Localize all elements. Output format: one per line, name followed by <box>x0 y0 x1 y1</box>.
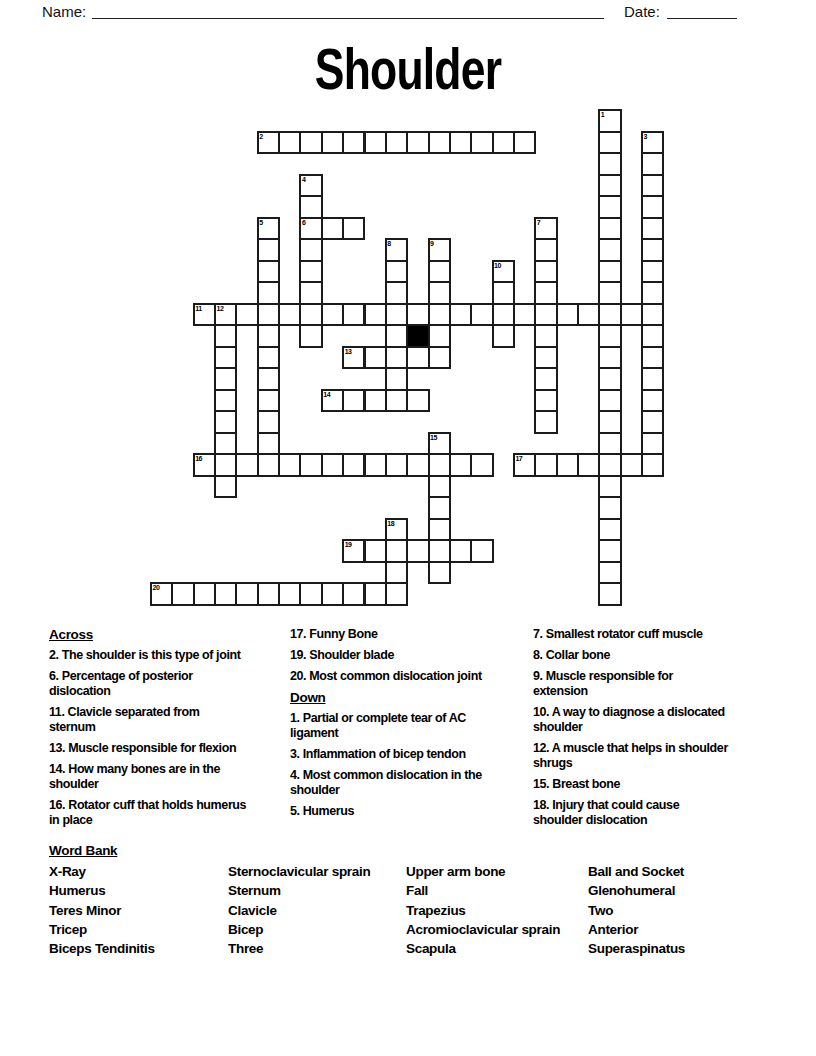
word-bank-item: Upper arm bone <box>406 862 588 881</box>
worksheet-page: Name: Date: Shoulder 1234567891011121314… <box>0 0 816 1056</box>
clue-line: 14. How many bones are in the <box>49 762 299 777</box>
grid-cell[interactable] <box>171 582 194 606</box>
grid-cell[interactable] <box>214 582 237 606</box>
clue-7: 7. Smallest rotator cuff muscle <box>533 627 783 642</box>
grid-cell[interactable] <box>257 389 280 413</box>
grid-cell[interactable] <box>406 346 429 370</box>
cell-number: 15 <box>430 434 437 442</box>
grid-cell[interactable] <box>598 496 621 520</box>
word-bank-columns: X-RayHumerusTeres MinorTricepBiceps Tend… <box>49 862 685 958</box>
grid-cell[interactable] <box>534 410 557 434</box>
grid-cell[interactable] <box>385 389 408 413</box>
grid-cell[interactable] <box>257 346 280 370</box>
grid-cell[interactable] <box>364 346 387 370</box>
word-bank-item: Anterior <box>588 920 685 939</box>
word-bank-item: Humerus <box>49 881 228 900</box>
grid-cell[interactable] <box>449 303 472 327</box>
clue-12: 12. A muscle that helps in shouldershrug… <box>533 741 783 771</box>
grid-cell[interactable] <box>257 303 280 327</box>
grid-cell[interactable] <box>534 281 557 305</box>
grid-cell[interactable] <box>235 453 258 477</box>
grid-cell[interactable] <box>470 539 493 563</box>
clue-19: 19. Shoulder blade <box>290 648 540 663</box>
grid-cell[interactable] <box>428 539 451 563</box>
grid-cell[interactable] <box>598 539 621 563</box>
grid-cell[interactable] <box>428 496 451 520</box>
grid-cell[interactable] <box>428 561 451 585</box>
grid-cell[interactable] <box>257 260 280 284</box>
clue-line: 1. Partial or complete tear of AC <box>290 711 540 726</box>
cell-number: 17 <box>515 455 522 463</box>
grid-cell[interactable] <box>534 389 557 413</box>
black-cell <box>406 324 429 348</box>
clue-section-header: Down <box>290 690 540 705</box>
grid-cell[interactable] <box>598 389 621 413</box>
word-bank-header: Word Bank <box>49 843 685 858</box>
grid-cell[interactable] <box>428 281 451 305</box>
grid-cell[interactable] <box>342 453 365 477</box>
grid-cell[interactable] <box>449 453 472 477</box>
grid-cell[interactable] <box>598 303 621 327</box>
clue-line: 18. Injury that could cause <box>533 798 783 813</box>
grid-cell[interactable] <box>598 518 621 542</box>
grid-cell[interactable] <box>385 582 408 606</box>
grid-cell[interactable] <box>257 453 280 477</box>
clue-11: 11. Clavicle separated fromsternum <box>49 705 299 735</box>
grid-cell[interactable] <box>641 389 664 413</box>
clue-line: 5. Humerus <box>290 804 540 819</box>
grid-cell[interactable] <box>364 453 387 477</box>
grid-cell[interactable] <box>257 281 280 305</box>
word-bank-item: Bicep <box>228 920 406 939</box>
grid-cell[interactable] <box>641 453 664 477</box>
clue-10: 10. A way to diagnose a dislocatedshould… <box>533 705 783 735</box>
cell-number: 20 <box>153 584 160 592</box>
grid-cell[interactable] <box>299 131 322 155</box>
clue-column-2: 17. Funny Bone19. Shoulder blade20. Most… <box>290 627 540 825</box>
grid-cell[interactable] <box>299 453 322 477</box>
grid-cell[interactable] <box>364 539 387 563</box>
grid-cell[interactable] <box>321 131 344 155</box>
grid-cell[interactable] <box>385 281 408 305</box>
word-bank-item: X-Ray <box>49 862 228 881</box>
grid-cell[interactable] <box>534 367 557 391</box>
clue-line: 17. Funny Bone <box>290 627 540 642</box>
clue-section-header: Across <box>49 627 299 642</box>
grid-cell[interactable] <box>321 453 344 477</box>
grid-cell[interactable] <box>214 410 237 434</box>
word-bank-item: Tricep <box>49 920 228 939</box>
clue-line: 7. Smallest rotator cuff muscle <box>533 627 783 642</box>
word-bank-item: Superaspinatus <box>588 939 685 958</box>
grid-cell[interactable] <box>534 303 557 327</box>
grid-cell[interactable] <box>342 303 365 327</box>
clue-column-3: 7. Smallest rotator cuff muscle8. Collar… <box>533 627 783 834</box>
cell-number: 4 <box>302 176 305 184</box>
grid-cell[interactable] <box>385 324 408 348</box>
grid-cell[interactable] <box>577 303 600 327</box>
grid-cell[interactable] <box>428 131 451 155</box>
grid-cell[interactable] <box>641 410 664 434</box>
grid-cell[interactable] <box>598 561 621 585</box>
grid-cell[interactable] <box>299 238 322 262</box>
grid-cell[interactable] <box>214 346 237 370</box>
grid-cell[interactable] <box>385 453 408 477</box>
grid-cell[interactable] <box>364 582 387 606</box>
clue-line: shoulder <box>533 720 783 735</box>
grid-cell[interactable] <box>598 195 621 219</box>
cell-number: 10 <box>494 262 501 270</box>
clue-3: 3. Inflammation of bicep tendon <box>290 747 540 762</box>
grid-cell[interactable] <box>385 303 408 327</box>
clue-18: 18. Injury that could causeshoulder disl… <box>533 798 783 828</box>
grid-cell[interactable] <box>534 260 557 284</box>
grid-cell[interactable] <box>492 324 515 348</box>
clue-line: 20. Most common dislocation joint <box>290 669 540 684</box>
cell-number: 2 <box>259 133 262 141</box>
cell-number: 7 <box>537 219 540 227</box>
grid-cell[interactable] <box>577 453 600 477</box>
grid-cell[interactable] <box>598 582 621 606</box>
grid-cell[interactable] <box>428 453 451 477</box>
grid-cell[interactable] <box>492 131 515 155</box>
grid-cell[interactable] <box>428 260 451 284</box>
grid-cell[interactable] <box>513 131 536 155</box>
cell-number: 8 <box>387 240 390 248</box>
clue-5: 5. Humerus <box>290 804 540 819</box>
grid-cell[interactable] <box>321 303 344 327</box>
clue-line: 16. Rotator cuff that holds humerus <box>49 798 299 813</box>
grid-cell[interactable] <box>385 346 408 370</box>
grid-cell[interactable] <box>598 152 621 176</box>
grid-cell[interactable] <box>214 453 237 477</box>
clue-20: 20. Most common dislocation joint <box>290 669 540 684</box>
grid-cell[interactable] <box>278 303 301 327</box>
grid-cell[interactable] <box>257 238 280 262</box>
grid-cell[interactable] <box>406 131 429 155</box>
grid-cell[interactable] <box>598 131 621 155</box>
grid-cell[interactable] <box>641 174 664 198</box>
cell-number: 9 <box>430 240 433 248</box>
cell-number: 11 <box>195 305 201 313</box>
date-input-line[interactable] <box>667 3 737 19</box>
name-input-line[interactable] <box>92 3 604 19</box>
grid-cell[interactable] <box>492 303 515 327</box>
clue-line: 4. Most common dislocation in the <box>290 768 540 783</box>
grid-cell[interactable] <box>406 389 429 413</box>
grid-cell[interactable] <box>257 582 280 606</box>
grid-cell[interactable] <box>534 346 557 370</box>
clue-line: shrugs <box>533 756 783 771</box>
grid-cell[interactable] <box>641 432 664 456</box>
grid-cell[interactable] <box>299 324 322 348</box>
grid-cell[interactable] <box>299 582 322 606</box>
clue-line: 12. A muscle that helps in shoulder <box>533 741 783 756</box>
grid-cell[interactable] <box>598 260 621 284</box>
cell-number: 6 <box>302 219 305 227</box>
clue-line: 19. Shoulder blade <box>290 648 540 663</box>
grid-cell[interactable] <box>257 432 280 456</box>
grid-cell[interactable] <box>428 518 451 542</box>
cell-number: 19 <box>345 541 352 549</box>
word-bank-section: Word Bank X-RayHumerusTeres MinorTricepB… <box>49 843 685 958</box>
clue-column-1: Across2. The shoulder is this type of jo… <box>49 627 299 834</box>
grid-cell[interactable] <box>598 324 621 348</box>
word-bank-column: Ball and SocketGlenohumeralTwoAnteriorSu… <box>588 862 685 958</box>
cell-number: 5 <box>259 219 262 227</box>
grid-cell[interactable] <box>641 195 664 219</box>
clue-15: 15. Breast bone <box>533 777 783 792</box>
clue-9: 9. Muscle responsible forextension <box>533 669 783 699</box>
word-bank-item: Scapula <box>406 939 588 958</box>
clue-line: sternum <box>49 720 299 735</box>
grid-cell[interactable] <box>214 324 237 348</box>
grid-cell[interactable] <box>428 475 451 499</box>
date-label: Date: <box>624 3 660 20</box>
grid-cell[interactable] <box>470 453 493 477</box>
grid-cell[interactable] <box>641 238 664 262</box>
cell-number: 12 <box>217 305 224 313</box>
grid-cell[interactable] <box>641 152 664 176</box>
grid-cell[interactable] <box>385 260 408 284</box>
name-label: Name: <box>42 3 86 20</box>
grid-cell[interactable] <box>385 561 408 585</box>
clue-line: 15. Breast bone <box>533 777 783 792</box>
grid-cell[interactable] <box>385 131 408 155</box>
cell-number: 13 <box>345 348 352 356</box>
grid-cell[interactable] <box>214 475 237 499</box>
grid-cell[interactable] <box>641 217 664 241</box>
grid-cell[interactable] <box>406 303 429 327</box>
word-bank-item: Clavicle <box>228 901 406 920</box>
word-bank-item: Two <box>588 901 685 920</box>
word-bank-column: Sternoclavicular sprainSternumClavicleBi… <box>228 862 406 958</box>
grid-cell[interactable] <box>620 303 643 327</box>
grid-cell[interactable] <box>598 174 621 198</box>
clue-line: 2. The shoulder is this type of joint <box>49 648 299 663</box>
cell-number: 18 <box>387 520 394 528</box>
grid-cell[interactable] <box>641 324 664 348</box>
grid-cell[interactable] <box>299 281 322 305</box>
clue-1: 1. Partial or complete tear of ACligamen… <box>290 711 540 741</box>
grid-cell[interactable] <box>299 260 322 284</box>
grid-cell[interactable] <box>470 303 493 327</box>
grid-cell[interactable] <box>641 303 664 327</box>
grid-cell[interactable] <box>406 453 429 477</box>
grid-cell[interactable] <box>299 303 322 327</box>
grid-cell[interactable] <box>342 217 365 241</box>
clue-17: 17. Funny Bone <box>290 627 540 642</box>
grid-cell[interactable] <box>321 217 344 241</box>
grid-cell[interactable] <box>641 367 664 391</box>
word-bank-column: Upper arm boneFallTrapeziusAcromioclavic… <box>406 862 588 958</box>
clue-line: shoulder <box>49 777 299 792</box>
grid-cell[interactable] <box>598 475 621 499</box>
grid-cell[interactable] <box>598 281 621 305</box>
clue-line: 11. Clavicle separated from <box>49 705 299 720</box>
grid-cell[interactable] <box>342 582 365 606</box>
clue-16: 16. Rotator cuff that holds humerusin pl… <box>49 798 299 828</box>
clue-line: ligament <box>290 726 540 741</box>
grid-cell[interactable] <box>257 410 280 434</box>
clue-13: 13. Muscle responsible for flexion <box>49 741 299 756</box>
cell-number: 16 <box>195 455 202 463</box>
clue-line: extension <box>533 684 783 699</box>
clue-14: 14. How many bones are in theshoulder <box>49 762 299 792</box>
grid-cell[interactable] <box>278 453 301 477</box>
page-title: Shoulder <box>90 36 726 102</box>
clue-4: 4. Most common dislocation in theshoulde… <box>290 768 540 798</box>
cell-number: 3 <box>644 133 647 141</box>
clue-line: shoulder dislocation <box>533 813 783 828</box>
grid-cell[interactable] <box>257 324 280 348</box>
grid-cell[interactable] <box>598 410 621 434</box>
grid-cell[interactable] <box>235 303 258 327</box>
grid-cell[interactable] <box>214 367 237 391</box>
clue-line: shoulder <box>290 783 540 798</box>
clue-8: 8. Collar bone <box>533 648 783 663</box>
grid-cell[interactable] <box>342 389 365 413</box>
clue-line: 10. A way to diagnose a dislocated <box>533 705 783 720</box>
grid-cell[interactable] <box>641 260 664 284</box>
clue-line: 6. Percentage of posterior <box>49 669 299 684</box>
grid-cell[interactable] <box>534 453 557 477</box>
grid-cell[interactable] <box>556 453 579 477</box>
grid-cell[interactable] <box>449 539 472 563</box>
grid-cell[interactable] <box>257 367 280 391</box>
word-bank-item: Acromioclavicular sprain <box>406 920 588 939</box>
word-bank-item: Three <box>228 939 406 958</box>
grid-cell[interactable] <box>449 131 472 155</box>
word-bank-column: X-RayHumerusTeres MinorTricepBiceps Tend… <box>49 862 228 958</box>
grid-cell[interactable] <box>235 582 258 606</box>
clue-line: 3. Inflammation of bicep tendon <box>290 747 540 762</box>
crossword-grid: 1234567891011121314151617181920 <box>150 109 666 606</box>
clue-line: 13. Muscle responsible for flexion <box>49 741 299 756</box>
grid-cell[interactable] <box>513 303 536 327</box>
cell-number: 14 <box>323 391 330 399</box>
grid-cell[interactable] <box>385 539 408 563</box>
clue-line: in place <box>49 813 299 828</box>
grid-cell[interactable] <box>364 131 387 155</box>
word-bank-item: Sternoclavicular sprain <box>228 862 406 881</box>
word-bank-item: Fall <box>406 881 588 900</box>
grid-cell[interactable] <box>214 389 237 413</box>
grid-cell[interactable] <box>214 432 237 456</box>
grid-cell[interactable] <box>534 324 557 348</box>
word-bank-item: Glenohumeral <box>588 881 685 900</box>
clue-line: 8. Collar bone <box>533 648 783 663</box>
clue-2: 2. The shoulder is this type of joint <box>49 648 299 663</box>
grid-cell[interactable] <box>534 238 557 262</box>
cell-number: 1 <box>601 111 604 119</box>
word-bank-item: Ball and Socket <box>588 862 685 881</box>
grid-cell[interactable] <box>641 281 664 305</box>
grid-cell[interactable] <box>492 281 515 305</box>
grid-cell[interactable] <box>470 131 493 155</box>
grid-cell[interactable] <box>193 582 216 606</box>
grid-cell[interactable] <box>641 346 664 370</box>
clue-line: dislocation <box>49 684 299 699</box>
grid-cell[interactable] <box>428 303 451 327</box>
grid-cell[interactable] <box>598 453 621 477</box>
grid-cell[interactable] <box>598 432 621 456</box>
grid-cell[interactable] <box>428 346 451 370</box>
grid-cell[interactable] <box>278 582 301 606</box>
grid-cell[interactable] <box>556 303 579 327</box>
grid-cell[interactable] <box>299 195 322 219</box>
grid-cell[interactable] <box>364 303 387 327</box>
word-bank-item: Teres Minor <box>49 901 228 920</box>
clue-line: 9. Muscle responsible for <box>533 669 783 684</box>
word-bank-item: Trapezius <box>406 901 588 920</box>
word-bank-item: Biceps Tendinitis <box>49 939 228 958</box>
grid-cell[interactable] <box>598 238 621 262</box>
grid-cell[interactable] <box>620 453 643 477</box>
grid-cell[interactable] <box>598 346 621 370</box>
grid-cell[interactable] <box>428 324 451 348</box>
grid-cell[interactable] <box>598 217 621 241</box>
grid-cell[interactable] <box>406 539 429 563</box>
grid-cell[interactable] <box>385 367 408 391</box>
grid-cell[interactable] <box>342 131 365 155</box>
word-bank-item: Sternum <box>228 881 406 900</box>
grid-cell[interactable] <box>598 367 621 391</box>
grid-cell[interactable] <box>364 389 387 413</box>
grid-cell[interactable] <box>278 131 301 155</box>
grid-cell[interactable] <box>321 582 344 606</box>
clue-6: 6. Percentage of posteriordislocation <box>49 669 299 699</box>
